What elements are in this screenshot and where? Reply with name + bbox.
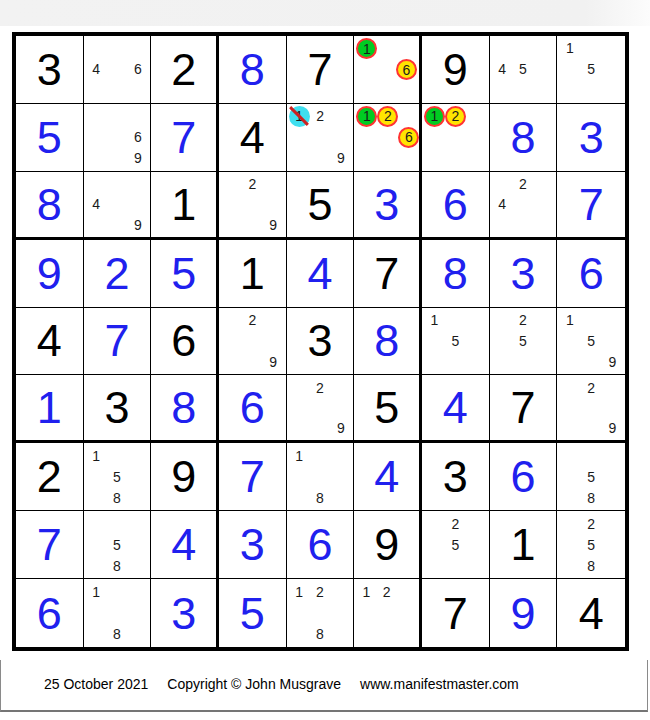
pencil-slot <box>127 174 148 194</box>
cell-r9c2[interactable]: 18 <box>84 579 152 647</box>
cell-r4c1[interactable]: 9 <box>16 240 84 308</box>
pencil-slot: 5 <box>581 331 602 352</box>
cell-r6c8[interactable]: 7 <box>490 375 558 443</box>
candidate-2[interactable]: 2 <box>248 177 256 191</box>
pencil-slot <box>602 59 623 80</box>
cell-r5c7[interactable]: 15 <box>422 308 490 376</box>
candidate-1[interactable]: 1 <box>295 449 303 463</box>
candidate-8[interactable]: 8 <box>587 559 595 573</box>
pencil-slot: 2 <box>513 310 534 331</box>
pencil-slot <box>86 487 107 508</box>
pencil-slot: 8 <box>581 487 602 508</box>
candidate-5[interactable]: 5 <box>451 538 459 552</box>
pencil-slot <box>397 602 417 623</box>
candidate-1-green-circled[interactable]: 1 <box>424 106 445 127</box>
pencil-slot <box>356 59 377 80</box>
sudoku-board: 3462871694515569741291261283849129536247… <box>12 32 629 651</box>
candidate-9[interactable]: 9 <box>134 218 142 232</box>
pencil-slot <box>602 445 623 466</box>
candidate-8[interactable]: 8 <box>113 491 121 505</box>
candidate-1[interactable]: 1 <box>295 585 303 599</box>
cell-r4c6[interactable]: 7 <box>354 240 422 308</box>
candidate-5[interactable]: 5 <box>587 538 595 552</box>
given-digit: 9 <box>422 36 489 103</box>
solved-digit: 3 <box>151 579 216 647</box>
cell-r9c9[interactable]: 4 <box>557 579 625 647</box>
candidate-2[interactable]: 2 <box>248 313 256 327</box>
pencil-slot: 5 <box>445 534 466 555</box>
cell-r3c8[interactable]: 24 <box>490 172 558 240</box>
pencil-slot <box>310 445 331 466</box>
cell-r7c3[interactable]: 9 <box>151 443 219 511</box>
candidate-9[interactable]: 9 <box>134 151 142 165</box>
pencil-slot <box>581 351 602 372</box>
candidate-2[interactable]: 2 <box>587 517 595 531</box>
pencil-slot <box>127 106 148 127</box>
pencil-slot <box>107 174 128 194</box>
candidate-2[interactable]: 2 <box>519 177 527 191</box>
pencil-slot: 1 <box>424 310 445 331</box>
cell-r8c7[interactable]: 25 <box>422 511 490 579</box>
cell-r2c6[interactable]: 126 <box>354 104 422 172</box>
pencil-slot: 5 <box>107 534 128 555</box>
candidate-8[interactable]: 8 <box>113 559 121 573</box>
cell-r5c8[interactable]: 25 <box>490 308 558 376</box>
cell-r8c9[interactable]: 258 <box>557 511 625 579</box>
cell-r5c9[interactable]: 159 <box>557 308 625 376</box>
solved-digit: 4 <box>354 443 419 510</box>
given-digit: 3 <box>84 375 151 440</box>
pencil-slot <box>330 602 351 623</box>
candidate-8[interactable]: 8 <box>316 491 324 505</box>
candidate-4[interactable]: 4 <box>92 197 100 211</box>
cell-r8c3[interactable]: 4 <box>151 511 219 579</box>
title-bar <box>0 0 650 26</box>
pencil-slot <box>86 602 107 623</box>
given-digit: 6 <box>151 308 216 375</box>
cell-r6c2[interactable]: 3 <box>84 375 152 443</box>
pencil-slot: 5 <box>107 466 128 487</box>
pencil-slot <box>445 310 466 331</box>
solved-digit: 7 <box>557 172 625 237</box>
pencil-slot <box>107 445 128 466</box>
cell-r4c7[interactable]: 8 <box>422 240 490 308</box>
candidate-9[interactable]: 9 <box>269 218 277 232</box>
pencil-slot: 8 <box>107 555 128 576</box>
candidate-8[interactable]: 8 <box>587 491 595 505</box>
pencil-slot <box>513 194 534 214</box>
candidate-2[interactable]: 2 <box>587 381 595 395</box>
pencil-slot <box>107 513 128 534</box>
cell-r3c5[interactable]: 5 <box>287 172 355 240</box>
solved-digit: 9 <box>16 240 83 307</box>
pencil-slot <box>513 351 534 372</box>
cell-r6c3[interactable]: 8 <box>151 375 219 443</box>
pencil-slot <box>445 555 466 576</box>
cell-r8c8[interactable]: 1 <box>490 511 558 579</box>
cell-r3c3[interactable]: 1 <box>151 172 219 240</box>
pencil-slot <box>492 38 513 59</box>
candidate-9[interactable]: 9 <box>608 355 616 369</box>
pencil-slot <box>396 38 417 59</box>
candidate-2[interactable]: 2 <box>451 517 459 531</box>
pencil-slot <box>86 80 107 101</box>
cell-r2c1[interactable]: 5 <box>16 104 84 172</box>
pencil-slot <box>310 148 331 169</box>
solved-digit: 8 <box>354 308 419 375</box>
pencil-slot <box>533 38 554 59</box>
cell-r7c9[interactable]: 58 <box>557 443 625 511</box>
candidate-2[interactable]: 2 <box>519 313 527 327</box>
given-digit: 3 <box>287 308 354 375</box>
pencil-slot: 2 <box>513 174 534 194</box>
pencil-slot <box>221 194 242 214</box>
pencil-slot <box>513 214 534 234</box>
pencil-slot <box>377 59 396 80</box>
cell-r3c9[interactable]: 7 <box>557 172 625 240</box>
solved-digit: 4 <box>287 240 354 307</box>
cell-r1c5[interactable]: 7 <box>287 36 355 104</box>
cell-r7c7[interactable]: 3 <box>422 443 490 511</box>
solved-digit: 8 <box>422 240 489 307</box>
pencil-slot <box>581 310 602 331</box>
pencil-slot: 2 <box>310 581 331 602</box>
solved-digit: 5 <box>219 579 286 647</box>
candidate-4[interactable]: 4 <box>498 197 506 211</box>
cell-r4c8[interactable]: 3 <box>490 240 558 308</box>
candidate-5[interactable]: 5 <box>113 470 121 484</box>
pencil-slot <box>86 174 107 194</box>
pencil-marks: 16 <box>356 38 417 101</box>
cell-r4c9[interactable]: 6 <box>557 240 625 308</box>
given-digit: 4 <box>557 579 625 647</box>
pencil-slot: 4 <box>492 194 513 214</box>
pencil-slot <box>377 80 396 101</box>
pencil-slot <box>466 106 487 127</box>
pencil-slot <box>602 466 623 487</box>
candidate-9[interactable]: 9 <box>608 421 616 435</box>
candidate-5[interactable]: 5 <box>587 62 595 76</box>
pencil-slot <box>127 555 148 576</box>
pencil-slot: 8 <box>310 624 331 645</box>
candidate-2[interactable]: 2 <box>316 585 324 599</box>
pencil-slot <box>289 398 310 418</box>
solved-digit: 8 <box>219 36 286 103</box>
solved-digit: 3 <box>557 104 625 171</box>
candidate-5[interactable]: 5 <box>451 334 459 348</box>
candidate-9[interactable]: 9 <box>269 355 277 369</box>
cell-r3c2[interactable]: 49 <box>84 172 152 240</box>
cell-r7c5[interactable]: 18 <box>287 443 355 511</box>
candidate-2-yellow-circled[interactable]: 2 <box>445 106 466 127</box>
solved-digit: 9 <box>490 579 557 647</box>
cell-r9c7[interactable]: 7 <box>422 579 490 647</box>
solved-digit: 4 <box>422 375 489 440</box>
pencil-slot: 9 <box>263 351 284 372</box>
cell-r1c2[interactable]: 46 <box>84 36 152 104</box>
solved-digit: 4 <box>151 511 216 578</box>
pencil-slot <box>86 513 107 534</box>
cell-r7c1[interactable]: 2 <box>16 443 84 511</box>
given-digit: 9 <box>151 443 216 510</box>
cell-r7c4[interactable]: 7 <box>219 443 287 511</box>
cell-r4c5[interactable]: 4 <box>287 240 355 308</box>
cell-r1c8[interactable]: 45 <box>490 36 558 104</box>
cell-r8c4[interactable]: 3 <box>219 511 287 579</box>
candidate-5[interactable]: 5 <box>587 470 595 484</box>
solved-digit: 3 <box>219 511 286 578</box>
candidate-6-yellow-circled[interactable]: 6 <box>396 59 417 80</box>
solved-digit: 3 <box>354 172 419 237</box>
cell-r6c6[interactable]: 5 <box>354 375 422 443</box>
pencil-marks: 25 <box>424 513 487 576</box>
pencil-slot <box>107 80 128 101</box>
pencil-slot <box>492 351 513 372</box>
pencil-slot <box>533 194 554 214</box>
cell-r2c8[interactable]: 8 <box>490 104 558 172</box>
cell-r4c3[interactable]: 5 <box>151 240 219 308</box>
pencil-slot: 4 <box>86 59 107 80</box>
pencil-slot: 5 <box>445 331 466 352</box>
pencil-slot <box>86 555 107 576</box>
pencil-slot <box>289 602 310 623</box>
cell-r3c7[interactable]: 6 <box>422 172 490 240</box>
pencil-slot <box>127 534 148 555</box>
pencil-slot <box>424 127 445 148</box>
solved-digit: 6 <box>219 375 286 440</box>
pencil-slot <box>86 624 107 645</box>
pencil-slot: 2 <box>310 106 331 127</box>
pencil-slot <box>466 513 487 534</box>
pencil-slot <box>356 602 376 623</box>
pencil-slot: 9 <box>127 148 148 169</box>
cell-r2c3[interactable]: 7 <box>151 104 219 172</box>
pencil-slot <box>445 351 466 372</box>
pencil-slot <box>356 80 377 101</box>
pencil-slot <box>559 534 580 555</box>
pencil-slot: 5 <box>581 59 602 80</box>
candidate-1[interactable]: 1 <box>566 313 574 327</box>
pencil-slot: 2 <box>310 377 331 397</box>
candidate-5[interactable]: 5 <box>113 538 121 552</box>
pencil-slot <box>127 513 148 534</box>
candidate-9[interactable]: 9 <box>337 421 345 435</box>
given-digit: 4 <box>219 104 286 171</box>
pencil-slot <box>107 581 128 602</box>
pencil-slot <box>581 445 602 466</box>
pencil-slot <box>602 555 623 576</box>
cell-r8c5[interactable]: 6 <box>287 511 355 579</box>
cell-r6c4[interactable]: 6 <box>219 375 287 443</box>
candidate-1-green-circled[interactable]: 1 <box>356 38 377 59</box>
solved-digit: 5 <box>16 104 83 171</box>
pencil-slot <box>310 418 331 438</box>
given-digit: 7 <box>354 240 419 307</box>
cell-r2c9[interactable]: 3 <box>557 104 625 172</box>
pencil-marks: 159 <box>559 310 623 373</box>
cell-r6c1[interactable]: 1 <box>16 375 84 443</box>
cell-r2c2[interactable]: 69 <box>84 104 152 172</box>
pencil-slot: 4 <box>492 59 513 80</box>
pencil-slot <box>533 80 554 101</box>
pencil-slot <box>424 331 445 352</box>
pencil-marks: 129 <box>289 106 352 169</box>
cell-r4c4[interactable]: 1 <box>219 240 287 308</box>
cell-r1c3[interactable]: 2 <box>151 36 219 104</box>
footer-copyright: Copyright © John Musgrave <box>167 676 341 692</box>
candidate-6[interactable]: 6 <box>134 62 142 76</box>
pencil-slot <box>86 38 107 59</box>
candidate-4[interactable]: 4 <box>498 62 506 76</box>
pencil-marks: 29 <box>289 377 352 438</box>
candidate-5[interactable]: 5 <box>587 334 595 348</box>
pencil-marks: 58 <box>86 513 149 576</box>
cell-r4c2[interactable]: 2 <box>84 240 152 308</box>
pencil-slot: 2 <box>377 581 397 602</box>
cell-r9c8[interactable]: 9 <box>490 579 558 647</box>
pencil-slot <box>330 377 351 397</box>
pencil-slot <box>289 466 310 487</box>
candidate-8[interactable]: 8 <box>113 627 121 641</box>
candidate-6-yellow-circled[interactable]: 6 <box>398 127 419 148</box>
cell-r3c6[interactable]: 3 <box>354 172 422 240</box>
pencil-slot <box>289 487 310 508</box>
pencil-slot <box>559 59 580 80</box>
pencil-slot <box>86 466 107 487</box>
pencil-slot <box>221 174 242 194</box>
cell-r8c1[interactable]: 7 <box>16 511 84 579</box>
pencil-slot <box>310 127 331 148</box>
cell-r9c1[interactable]: 6 <box>16 579 84 647</box>
pencil-slot <box>330 487 351 508</box>
cell-r1c4[interactable]: 8 <box>219 36 287 104</box>
solved-digit: 8 <box>16 172 83 237</box>
pencil-slot <box>602 513 623 534</box>
pencil-slot <box>107 214 128 234</box>
pencil-slot <box>330 624 351 645</box>
given-digit: 7 <box>490 375 557 440</box>
pencil-slot: 5 <box>513 59 534 80</box>
candidate-2[interactable]: 2 <box>316 109 324 123</box>
candidate-2-yellow-circled[interactable]: 2 <box>377 106 398 127</box>
pencil-slot <box>533 214 554 234</box>
pencil-slot <box>127 466 148 487</box>
cell-r9c6[interactable]: 12 <box>354 579 422 647</box>
candidate-2[interactable]: 2 <box>316 381 324 395</box>
cell-r5c3[interactable]: 6 <box>151 308 219 376</box>
cell-r6c5[interactable]: 29 <box>287 375 355 443</box>
cell-r7c6[interactable]: 4 <box>354 443 422 511</box>
pencil-slot <box>107 106 128 127</box>
pencil-marks: 18 <box>86 581 149 645</box>
candidate-5[interactable]: 5 <box>519 334 527 348</box>
pencil-slot <box>330 398 351 418</box>
candidate-2[interactable]: 2 <box>383 585 391 599</box>
cell-r5c2[interactable]: 7 <box>84 308 152 376</box>
cell-r7c8[interactable]: 6 <box>490 443 558 511</box>
cell-r6c7[interactable]: 4 <box>422 375 490 443</box>
pencil-slot: 6 <box>398 127 419 148</box>
candidate-5[interactable]: 5 <box>519 62 527 76</box>
pencil-marks: 15 <box>424 310 487 373</box>
cell-r9c4[interactable]: 5 <box>219 579 287 647</box>
pencil-slot <box>377 148 398 169</box>
pencil-slot <box>377 624 397 645</box>
pencil-slot <box>424 555 445 576</box>
pencil-slot: 1 <box>289 106 310 127</box>
pencil-slot <box>86 148 107 169</box>
candidate-1[interactable]: 1 <box>363 585 371 599</box>
cell-r1c7[interactable]: 9 <box>422 36 490 104</box>
pencil-slot <box>492 310 513 331</box>
given-digit: 7 <box>422 579 489 647</box>
pencil-slot <box>559 331 580 352</box>
pencil-marks: 58 <box>559 445 623 508</box>
pencil-slot <box>602 331 623 352</box>
pencil-slot <box>602 38 623 59</box>
pencil-slot <box>221 310 242 331</box>
cell-r9c3[interactable]: 3 <box>151 579 219 647</box>
cell-r2c7[interactable]: 12 <box>422 104 490 172</box>
candidate-1[interactable]: 1 <box>92 585 100 599</box>
cell-r8c2[interactable]: 58 <box>84 511 152 579</box>
pencil-slot: 1 <box>559 38 580 59</box>
pencil-slot <box>107 602 128 623</box>
cell-r3c4[interactable]: 29 <box>219 172 287 240</box>
pencil-slot: 4 <box>86 194 107 214</box>
cell-r1c9[interactable]: 15 <box>557 36 625 104</box>
cell-r5c6[interactable]: 8 <box>354 308 422 376</box>
cell-r2c4[interactable]: 4 <box>219 104 287 172</box>
cell-r5c5[interactable]: 3 <box>287 308 355 376</box>
cell-r5c4[interactable]: 29 <box>219 308 287 376</box>
pencil-slot <box>398 106 419 127</box>
footer-panel: 25 October 2021 Copyright © John Musgrav… <box>0 660 648 712</box>
cell-r1c6[interactable]: 16 <box>354 36 422 104</box>
cell-r5c1[interactable]: 4 <box>16 308 84 376</box>
candidate-1-cyan-eliminated[interactable]: 1 <box>289 106 310 127</box>
pencil-slot <box>533 351 554 372</box>
candidate-1-green-circled[interactable]: 1 <box>356 106 377 127</box>
candidate-9[interactable]: 9 <box>337 151 345 165</box>
candidate-1[interactable]: 1 <box>431 313 439 327</box>
candidate-8[interactable]: 8 <box>316 627 324 641</box>
cell-r9c5[interactable]: 128 <box>287 579 355 647</box>
pencil-slot <box>513 38 534 59</box>
pencil-slot <box>396 80 417 101</box>
cell-r7c2[interactable]: 158 <box>84 443 152 511</box>
candidate-6[interactable]: 6 <box>134 130 142 144</box>
pencil-slot <box>581 38 602 59</box>
candidate-4[interactable]: 4 <box>92 62 100 76</box>
pencil-slot <box>559 351 580 372</box>
pencil-slot: 2 <box>445 106 466 127</box>
candidate-1[interactable]: 1 <box>566 41 574 55</box>
pencil-slot <box>513 80 534 101</box>
cell-r3c1[interactable]: 8 <box>16 172 84 240</box>
cell-r6c9[interactable]: 29 <box>557 375 625 443</box>
candidate-1[interactable]: 1 <box>92 449 100 463</box>
cell-r2c5[interactable]: 129 <box>287 104 355 172</box>
pencil-slot: 9 <box>127 214 148 234</box>
pencil-slot: 9 <box>602 351 623 372</box>
pencil-slot <box>127 445 148 466</box>
solved-digit: 1 <box>16 375 83 440</box>
cell-r8c6[interactable]: 9 <box>354 511 422 579</box>
pencil-slot: 9 <box>263 214 284 234</box>
pencil-slot <box>263 174 284 194</box>
cell-r1c1[interactable]: 3 <box>16 36 84 104</box>
